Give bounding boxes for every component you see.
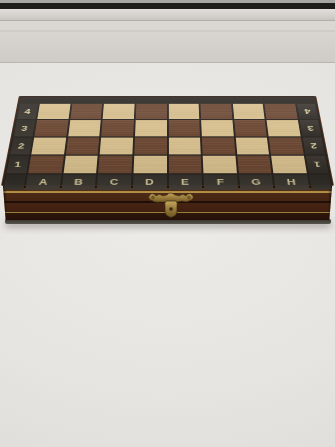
file-label-d: D — [133, 175, 167, 190]
rank-label-right-1: 1 — [306, 156, 329, 174]
square-d4 — [136, 104, 167, 119]
border-top — [104, 97, 135, 102]
chess-box-top: 4 4 3 3 2 — [1, 96, 334, 186]
square-f2 — [202, 138, 235, 155]
square-d1 — [133, 156, 166, 174]
border-top — [40, 97, 71, 102]
border-top — [168, 97, 198, 102]
border-corner — [296, 97, 315, 102]
chess-board: 4 4 3 3 2 — [1, 96, 334, 186]
file-label-h: H — [274, 175, 310, 190]
square-h4 — [265, 104, 298, 119]
square-f3 — [201, 120, 233, 136]
border-top — [200, 97, 231, 102]
square-b1 — [63, 156, 98, 174]
square-f1 — [203, 156, 237, 174]
file-label-b: B — [61, 175, 96, 190]
border-corner — [3, 175, 26, 190]
file-label-e: E — [168, 175, 202, 190]
photo-scene: 4 4 3 3 2 — [0, 0, 335, 447]
square-e1 — [168, 156, 201, 174]
square-f4 — [201, 104, 233, 119]
square-c1 — [98, 156, 132, 174]
rank-label-left-4: 4 — [17, 104, 38, 119]
square-e2 — [168, 138, 200, 155]
file-label-c: C — [97, 175, 131, 190]
square-g3 — [234, 120, 267, 136]
rank-label-left-2: 2 — [10, 138, 32, 155]
border-corner — [309, 175, 332, 190]
square-d2 — [134, 138, 166, 155]
rank-label-right-4: 4 — [297, 104, 318, 119]
square-g4 — [233, 104, 265, 119]
square-a2 — [31, 138, 66, 155]
border-top — [232, 97, 263, 102]
square-d3 — [135, 120, 167, 136]
border-top — [136, 97, 166, 102]
square-h1 — [271, 156, 306, 174]
square-h3 — [267, 120, 301, 136]
window-frame-face — [0, 21, 335, 63]
square-g2 — [236, 138, 270, 155]
square-a3 — [34, 120, 68, 136]
square-c2 — [100, 138, 133, 155]
border-top — [264, 97, 295, 102]
square-e4 — [168, 104, 199, 119]
border-corner — [20, 97, 39, 102]
border-top — [72, 97, 103, 102]
rank-label-left-3: 3 — [14, 120, 36, 136]
file-label-a: A — [25, 175, 61, 190]
file-label-f: F — [204, 175, 238, 190]
window-frame-lip — [0, 9, 335, 21]
square-b3 — [68, 120, 101, 136]
square-b4 — [70, 104, 102, 119]
square-e3 — [168, 120, 200, 136]
rank-label-right-3: 3 — [300, 120, 322, 136]
brass-latch-icon — [146, 190, 198, 220]
square-a4 — [37, 104, 70, 119]
rank-label-left-1: 1 — [6, 156, 29, 174]
square-c4 — [103, 104, 135, 119]
file-label-g: G — [239, 175, 274, 190]
square-c3 — [101, 120, 133, 136]
square-g1 — [237, 156, 272, 174]
rank-label-right-2: 2 — [303, 138, 325, 155]
square-a1 — [28, 156, 63, 174]
square-h2 — [269, 138, 304, 155]
square-b2 — [66, 138, 100, 155]
